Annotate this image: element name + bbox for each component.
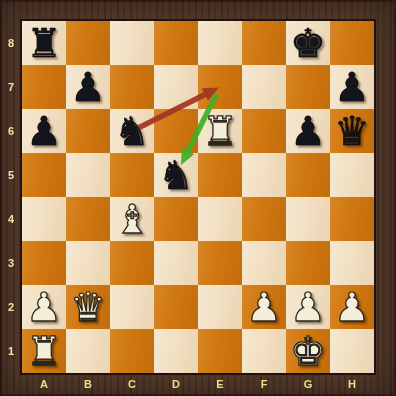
square-d8[interactable] [154,21,198,65]
file-label-c: C [110,373,154,396]
black-king-g8: ♚ [290,21,326,65]
square-h5[interactable] [330,153,374,197]
square-e8[interactable] [198,21,242,65]
square-h1[interactable] [330,329,374,373]
square-a3[interactable] [22,241,66,285]
square-f8[interactable] [242,21,286,65]
file-label-f: F [242,373,286,396]
white-bishop-c4: ♝ [114,197,150,241]
square-c3[interactable] [110,241,154,285]
white-rook-e6: ♜ [202,109,238,153]
square-d2[interactable] [154,285,198,329]
chess-board[interactable]: ♜♚♟♟♟♞♜♟♛♞♝♟♛♟♟♟♜♚ [22,21,374,373]
black-knight-c6: ♞ [114,109,150,153]
file-label-a: A [22,373,66,396]
white-pawn-g2: ♟ [290,285,326,329]
square-g6[interactable]: ♟ [286,109,330,153]
square-g5[interactable] [286,153,330,197]
square-a5[interactable] [22,153,66,197]
square-d7[interactable] [154,65,198,109]
black-pawn-a6: ♟ [26,109,62,153]
square-e7[interactable] [198,65,242,109]
square-b5[interactable] [66,153,110,197]
square-h8[interactable] [330,21,374,65]
square-h7[interactable]: ♟ [330,65,374,109]
rank-label-6: 6 [0,109,22,153]
square-d6[interactable] [154,109,198,153]
rank-label-8: 8 [0,21,22,65]
square-c6[interactable]: ♞ [110,109,154,153]
square-g4[interactable] [286,197,330,241]
square-e4[interactable] [198,197,242,241]
black-queen-h6: ♛ [334,109,370,153]
square-h3[interactable] [330,241,374,285]
file-label-b: B [66,373,110,396]
square-g2[interactable]: ♟ [286,285,330,329]
rank-labels: 87654321 [0,21,22,373]
square-g8[interactable]: ♚ [286,21,330,65]
square-a7[interactable] [22,65,66,109]
square-c8[interactable] [110,21,154,65]
square-e6[interactable]: ♜ [198,109,242,153]
square-h4[interactable] [330,197,374,241]
rank-label-5: 5 [0,153,22,197]
square-b1[interactable] [66,329,110,373]
square-e2[interactable] [198,285,242,329]
white-pawn-a2: ♟ [26,285,62,329]
square-f4[interactable] [242,197,286,241]
square-g1[interactable]: ♚ [286,329,330,373]
white-queen-b2: ♛ [70,285,106,329]
square-e5[interactable] [198,153,242,197]
square-h2[interactable]: ♟ [330,285,374,329]
black-pawn-b7: ♟ [70,65,106,109]
square-g3[interactable] [286,241,330,285]
black-knight-d5: ♞ [158,153,194,197]
square-b2[interactable]: ♛ [66,285,110,329]
square-d5[interactable]: ♞ [154,153,198,197]
square-e3[interactable] [198,241,242,285]
square-c2[interactable] [110,285,154,329]
square-c5[interactable] [110,153,154,197]
square-d4[interactable] [154,197,198,241]
white-king-g1: ♚ [290,329,326,373]
square-b6[interactable] [66,109,110,153]
rank-label-4: 4 [0,197,22,241]
white-rook-a1: ♜ [26,329,62,373]
square-e1[interactable] [198,329,242,373]
white-pawn-f2: ♟ [246,285,282,329]
square-c4[interactable]: ♝ [110,197,154,241]
square-b7[interactable]: ♟ [66,65,110,109]
square-f1[interactable] [242,329,286,373]
square-a8[interactable]: ♜ [22,21,66,65]
file-label-g: G [286,373,330,396]
rank-label-7: 7 [0,65,22,109]
square-a1[interactable]: ♜ [22,329,66,373]
black-rook-a8: ♜ [26,21,62,65]
square-f2[interactable]: ♟ [242,285,286,329]
white-pawn-h2: ♟ [334,285,370,329]
rank-label-3: 3 [0,241,22,285]
square-b4[interactable] [66,197,110,241]
square-f6[interactable] [242,109,286,153]
file-labels: ABCDEFGH [22,373,374,396]
black-pawn-g6: ♟ [290,109,326,153]
square-a4[interactable] [22,197,66,241]
file-label-e: E [198,373,242,396]
file-label-h: H [330,373,374,396]
square-h6[interactable]: ♛ [330,109,374,153]
square-f3[interactable] [242,241,286,285]
square-c1[interactable] [110,329,154,373]
square-d1[interactable] [154,329,198,373]
rank-label-2: 2 [0,285,22,329]
black-pawn-h7: ♟ [334,65,370,109]
square-d3[interactable] [154,241,198,285]
square-c7[interactable] [110,65,154,109]
square-f7[interactable] [242,65,286,109]
square-f5[interactable] [242,153,286,197]
chessboard-widget: 87654321 ABCDEFGH ♜♚♟♟♟♞♜♟♛♞♝♟♛♟♟♟♜♚ [0,0,396,396]
rank-label-1: 1 [0,329,22,373]
file-label-d: D [154,373,198,396]
square-a2[interactable]: ♟ [22,285,66,329]
square-a6[interactable]: ♟ [22,109,66,153]
square-b8[interactable] [66,21,110,65]
square-b3[interactable] [66,241,110,285]
square-g7[interactable] [286,65,330,109]
